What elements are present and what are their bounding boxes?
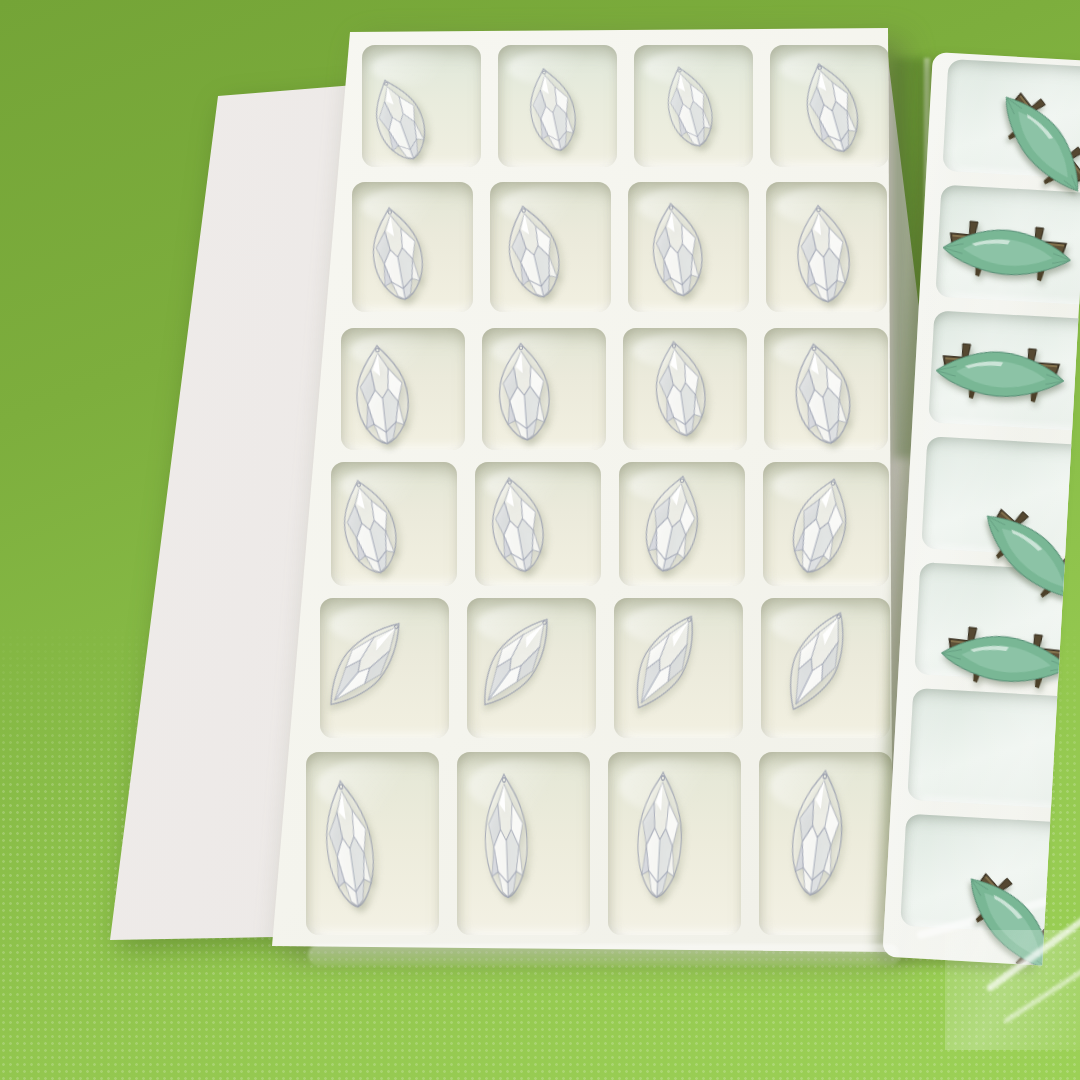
tray-cell bbox=[761, 598, 890, 738]
tray-cell bbox=[498, 45, 617, 167]
tray-cell bbox=[759, 752, 892, 935]
crystal-bead bbox=[326, 470, 412, 583]
crystal-bead bbox=[357, 68, 442, 171]
crystal-bead bbox=[311, 773, 387, 914]
navette-stone bbox=[927, 333, 1073, 415]
tray-cell bbox=[628, 182, 749, 312]
tray-cell bbox=[320, 598, 449, 738]
tray-cell bbox=[614, 598, 743, 738]
crystal-bead bbox=[492, 196, 574, 305]
crystal-bead bbox=[515, 60, 588, 158]
tray-cell bbox=[766, 182, 887, 312]
tray-cell bbox=[623, 328, 747, 450]
plastic-wrap-under-tray bbox=[308, 944, 900, 966]
tray-cell bbox=[634, 45, 753, 167]
crystal-bead bbox=[305, 601, 424, 727]
tray-cell bbox=[764, 328, 888, 450]
tray-cell bbox=[362, 45, 481, 167]
crystal-bead bbox=[629, 767, 692, 902]
crystal-bead bbox=[344, 339, 421, 449]
crystal-bead bbox=[458, 598, 574, 725]
tray-cell bbox=[341, 328, 465, 450]
tray-cell bbox=[619, 462, 745, 586]
crystal-bead bbox=[489, 338, 560, 444]
crystal-bead bbox=[788, 52, 874, 161]
tray-cell bbox=[467, 598, 596, 738]
tray-cell bbox=[770, 45, 889, 167]
plastic-wrap-corner bbox=[945, 930, 1080, 1050]
crystal-bead bbox=[639, 196, 714, 302]
side-tray-cell bbox=[907, 688, 1067, 808]
crystal-bead bbox=[763, 596, 870, 727]
crystal-bead bbox=[631, 466, 715, 579]
crystal-bead bbox=[779, 763, 857, 902]
crystal-bead bbox=[358, 199, 436, 306]
tray-cell bbox=[475, 462, 601, 586]
crystal-bead bbox=[785, 199, 861, 307]
crystal-bead bbox=[776, 467, 866, 583]
tray-cell bbox=[608, 752, 741, 935]
tray-cell bbox=[331, 462, 457, 586]
tray-cell bbox=[763, 462, 889, 586]
tray-cell bbox=[306, 752, 439, 935]
crystal-bead bbox=[477, 769, 536, 901]
crystal-bead bbox=[610, 598, 720, 726]
tray-cell bbox=[457, 752, 590, 935]
tray-cell bbox=[482, 328, 606, 450]
tray-cell bbox=[352, 182, 473, 312]
crystal-bead bbox=[652, 57, 726, 154]
crystal-bead bbox=[779, 335, 864, 451]
crystal-bead bbox=[477, 469, 557, 579]
crystal-bead bbox=[642, 334, 717, 442]
navette-stone bbox=[934, 210, 1080, 295]
tray-cell bbox=[490, 182, 611, 312]
